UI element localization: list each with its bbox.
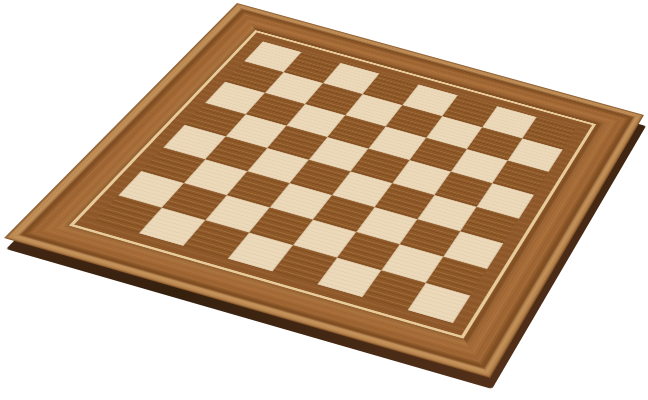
chess-board (4, 3, 644, 378)
product-photo-background (0, 0, 648, 400)
